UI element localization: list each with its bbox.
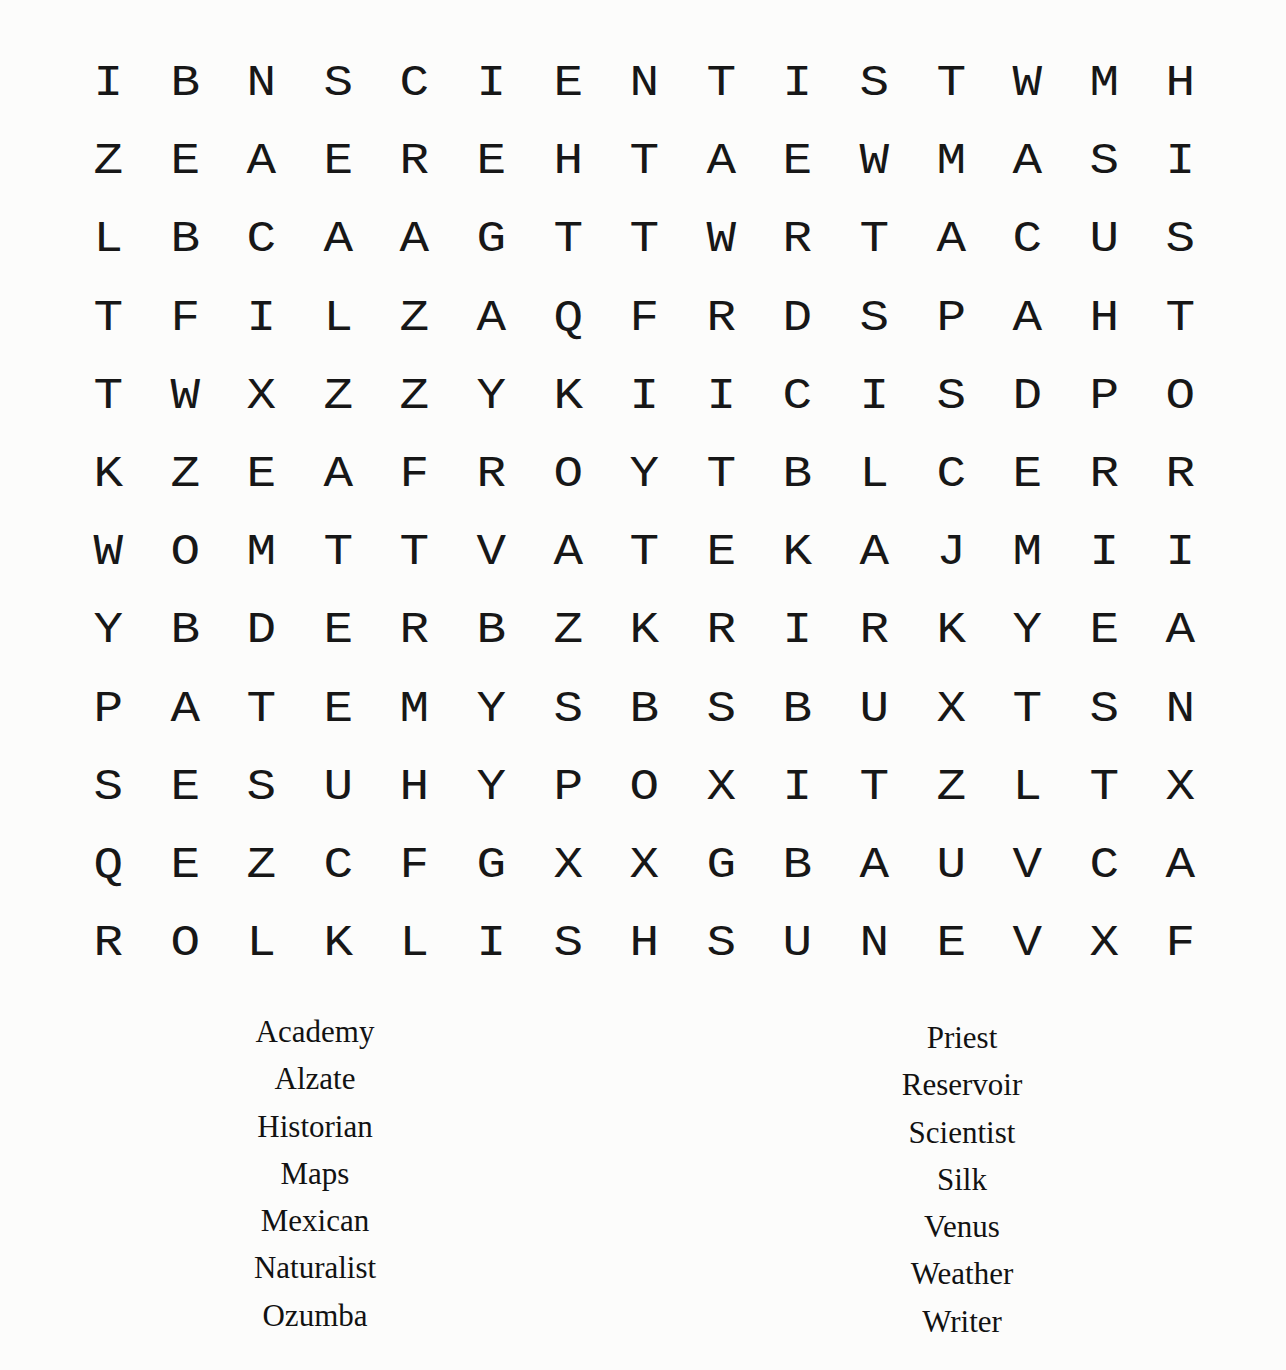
- word-silk: Silk: [812, 1156, 1112, 1203]
- grid-cell-r4c10: D: [755, 279, 841, 357]
- grid-cell-r5c14: P: [1061, 357, 1147, 435]
- grid-cell-r4c11: S: [831, 279, 917, 357]
- grid-cell-r4c3: I: [219, 279, 305, 357]
- grid-cell-r9c15: N: [1138, 670, 1224, 748]
- grid-cell-r7c14: I: [1061, 513, 1147, 591]
- grid-cell-r6c4: A: [295, 435, 381, 513]
- word-alzate: Alzate: [165, 1055, 465, 1102]
- grid-cell-r10c7: P: [525, 748, 611, 826]
- grid-cell-r10c8: O: [602, 748, 688, 826]
- grid-cell-r2c3: A: [219, 122, 305, 200]
- grid-cell-r7c15: I: [1138, 513, 1224, 591]
- grid-cell-r8c2: B: [142, 591, 228, 669]
- word-priest: Priest: [812, 1014, 1112, 1061]
- grid-cell-r11c7: X: [525, 826, 611, 904]
- grid-cell-r12c4: K: [295, 904, 381, 982]
- grid-cell-r3c15: S: [1138, 200, 1224, 278]
- grid-cell-r3c14: U: [1061, 200, 1147, 278]
- grid-cell-r11c8: X: [602, 826, 688, 904]
- grid-cell-r10c9: X: [678, 748, 764, 826]
- grid-cell-r1c7: E: [525, 44, 611, 122]
- grid-cell-r6c9: T: [678, 435, 764, 513]
- left-word-list: AcademyAlzateHistorianMapsMexicanNatural…: [165, 1008, 465, 1339]
- grid-cell-r12c2: O: [142, 904, 228, 982]
- grid-cell-r7c8: T: [602, 513, 688, 591]
- grid-cell-r12c10: U: [755, 904, 841, 982]
- grid-cell-r5c1: T: [65, 357, 151, 435]
- grid-cell-r1c10: I: [755, 44, 841, 122]
- grid-cell-r6c8: Y: [602, 435, 688, 513]
- grid-cell-r8c7: Z: [525, 591, 611, 669]
- grid-cell-r7c1: W: [65, 513, 151, 591]
- grid-cell-r7c6: V: [448, 513, 534, 591]
- grid-cell-r8c4: E: [295, 591, 381, 669]
- grid-cell-r9c8: B: [602, 670, 688, 748]
- grid-cell-r10c6: Y: [448, 748, 534, 826]
- grid-cell-r5c2: W: [142, 357, 228, 435]
- grid-cell-r12c8: H: [602, 904, 688, 982]
- right-word-list: PriestReservoirScientistSilkVenusWeather…: [812, 1014, 1112, 1345]
- grid-cell-r11c3: Z: [219, 826, 305, 904]
- grid-cell-r5c11: I: [831, 357, 917, 435]
- grid-cell-r9c6: Y: [448, 670, 534, 748]
- grid-cell-r2c5: R: [372, 122, 458, 200]
- grid-cell-r1c15: H: [1138, 44, 1224, 122]
- grid-cell-r2c4: E: [295, 122, 381, 200]
- grid-cell-r9c13: T: [985, 670, 1071, 748]
- grid-cell-r10c15: X: [1138, 748, 1224, 826]
- grid-cell-r1c3: N: [219, 44, 305, 122]
- grid-cell-r8c11: R: [831, 591, 917, 669]
- grid-cell-r4c1: T: [65, 279, 151, 357]
- word-naturalist: Naturalist: [165, 1244, 465, 1291]
- grid-cell-r8c9: R: [678, 591, 764, 669]
- grid-cell-r2c8: T: [602, 122, 688, 200]
- grid-cell-r2c10: E: [755, 122, 841, 200]
- word-writer: Writer: [812, 1298, 1112, 1345]
- grid-cell-r6c13: E: [985, 435, 1071, 513]
- grid-cell-r9c4: E: [295, 670, 381, 748]
- word-search-grid: IBNSCIENTISTWMHZEAEREHTAEWMASILBCAAGTTWR…: [70, 44, 1219, 982]
- grid-cell-r4c13: A: [985, 279, 1071, 357]
- grid-cell-r10c4: U: [295, 748, 381, 826]
- grid-cell-r1c5: C: [372, 44, 458, 122]
- grid-cell-r5c7: K: [525, 357, 611, 435]
- word-historian: Historian: [165, 1103, 465, 1150]
- grid-cell-r8c8: K: [602, 591, 688, 669]
- grid-cell-r3c1: L: [65, 200, 151, 278]
- grid-cell-r10c10: I: [755, 748, 841, 826]
- grid-cell-r4c12: P: [908, 279, 994, 357]
- grid-cell-r9c12: X: [908, 670, 994, 748]
- grid-cell-r6c2: Z: [142, 435, 228, 513]
- grid-cell-r12c15: F: [1138, 904, 1224, 982]
- word-ozumba: Ozumba: [165, 1292, 465, 1339]
- grid-cell-r5c9: I: [678, 357, 764, 435]
- grid-cell-r4c9: R: [678, 279, 764, 357]
- grid-cell-r11c10: B: [755, 826, 841, 904]
- grid-cell-r5c15: O: [1138, 357, 1224, 435]
- grid-cell-r6c3: E: [219, 435, 305, 513]
- grid-cell-r10c3: S: [219, 748, 305, 826]
- grid-cell-r3c4: A: [295, 200, 381, 278]
- grid-cell-r9c10: B: [755, 670, 841, 748]
- grid-cell-r2c13: A: [985, 122, 1071, 200]
- grid-cell-r12c13: V: [985, 904, 1071, 982]
- grid-cell-r9c11: U: [831, 670, 917, 748]
- grid-cell-r9c3: T: [219, 670, 305, 748]
- grid-cell-r11c6: G: [448, 826, 534, 904]
- grid-cell-r2c7: H: [525, 122, 611, 200]
- grid-cell-r7c13: M: [985, 513, 1071, 591]
- grid-cell-r1c9: T: [678, 44, 764, 122]
- grid-cell-r3c12: A: [908, 200, 994, 278]
- word-academy: Academy: [165, 1008, 465, 1055]
- grid-cell-r6c15: R: [1138, 435, 1224, 513]
- grid-cell-r11c4: C: [295, 826, 381, 904]
- grid-cell-r12c12: E: [908, 904, 994, 982]
- grid-cell-r3c7: T: [525, 200, 611, 278]
- grid-cell-r4c5: Z: [372, 279, 458, 357]
- grid-cell-r8c15: A: [1138, 591, 1224, 669]
- grid-cell-r6c10: B: [755, 435, 841, 513]
- grid-cell-r2c11: W: [831, 122, 917, 200]
- word-maps: Maps: [165, 1150, 465, 1197]
- grid-cell-r8c3: D: [219, 591, 305, 669]
- grid-cell-r9c9: S: [678, 670, 764, 748]
- grid-cell-r12c1: R: [65, 904, 151, 982]
- grid-cell-r9c2: A: [142, 670, 228, 748]
- grid-cell-r1c6: I: [448, 44, 534, 122]
- grid-cell-r10c11: T: [831, 748, 917, 826]
- grid-cell-r10c13: L: [985, 748, 1071, 826]
- grid-cell-r7c5: T: [372, 513, 458, 591]
- grid-cell-r4c2: F: [142, 279, 228, 357]
- grid-cell-r10c1: S: [65, 748, 151, 826]
- grid-cell-r12c14: X: [1061, 904, 1147, 982]
- grid-cell-r5c3: X: [219, 357, 305, 435]
- grid-cell-r10c12: Z: [908, 748, 994, 826]
- grid-cell-r12c9: S: [678, 904, 764, 982]
- word-mexican: Mexican: [165, 1197, 465, 1244]
- grid-cell-r8c13: Y: [985, 591, 1071, 669]
- grid-cell-r7c9: E: [678, 513, 764, 591]
- grid-cell-r12c11: N: [831, 904, 917, 982]
- grid-cell-r7c11: A: [831, 513, 917, 591]
- grid-cell-r8c10: I: [755, 591, 841, 669]
- grid-cell-r1c2: B: [142, 44, 228, 122]
- grid-cell-r6c12: C: [908, 435, 994, 513]
- word-weather: Weather: [812, 1250, 1112, 1297]
- grid-cell-r12c7: S: [525, 904, 611, 982]
- grid-cell-r3c13: C: [985, 200, 1071, 278]
- grid-cell-r12c3: L: [219, 904, 305, 982]
- grid-cell-r1c13: W: [985, 44, 1071, 122]
- grid-cell-r5c4: Z: [295, 357, 381, 435]
- grid-cell-r11c9: G: [678, 826, 764, 904]
- grid-cell-r2c1: Z: [65, 122, 151, 200]
- grid-cell-r5c6: Y: [448, 357, 534, 435]
- grid-cell-r7c3: M: [219, 513, 305, 591]
- grid-cell-r4c7: Q: [525, 279, 611, 357]
- grid-cell-r9c5: M: [372, 670, 458, 748]
- grid-cell-r11c13: V: [985, 826, 1071, 904]
- grid-cell-r5c13: D: [985, 357, 1071, 435]
- grid-cell-r12c6: I: [448, 904, 534, 982]
- grid-cell-r10c2: E: [142, 748, 228, 826]
- grid-cell-r11c15: A: [1138, 826, 1224, 904]
- grid-cell-r4c8: F: [602, 279, 688, 357]
- grid-cell-r2c15: I: [1138, 122, 1224, 200]
- grid-cell-r10c5: H: [372, 748, 458, 826]
- grid-cell-r7c7: A: [525, 513, 611, 591]
- grid-cell-r6c11: L: [831, 435, 917, 513]
- grid-cell-r9c14: S: [1061, 670, 1147, 748]
- grid-cell-r11c12: U: [908, 826, 994, 904]
- grid-cell-r8c6: B: [448, 591, 534, 669]
- grid-cell-r6c6: R: [448, 435, 534, 513]
- grid-cell-r12c5: L: [372, 904, 458, 982]
- grid-cell-r4c4: L: [295, 279, 381, 357]
- grid-cell-r3c3: C: [219, 200, 305, 278]
- grid-cell-r10c14: T: [1061, 748, 1147, 826]
- grid-cell-r1c1: I: [65, 44, 151, 122]
- grid-cell-r2c2: E: [142, 122, 228, 200]
- grid-cell-r6c14: R: [1061, 435, 1147, 513]
- grid-cell-r5c8: I: [602, 357, 688, 435]
- grid-cell-r6c5: F: [372, 435, 458, 513]
- grid-cell-r2c12: M: [908, 122, 994, 200]
- word-reservoir: Reservoir: [812, 1061, 1112, 1108]
- grid-cell-r5c5: Z: [372, 357, 458, 435]
- grid-cell-r4c15: T: [1138, 279, 1224, 357]
- grid-cell-r8c12: K: [908, 591, 994, 669]
- grid-cell-r6c7: O: [525, 435, 611, 513]
- grid-cell-r3c11: T: [831, 200, 917, 278]
- grid-cell-r1c12: T: [908, 44, 994, 122]
- grid-cell-r1c11: S: [831, 44, 917, 122]
- grid-cell-r3c10: R: [755, 200, 841, 278]
- grid-cell-r9c7: S: [525, 670, 611, 748]
- grid-cell-r7c12: J: [908, 513, 994, 591]
- grid-cell-r1c4: S: [295, 44, 381, 122]
- grid-cell-r7c10: K: [755, 513, 841, 591]
- grid-cell-r2c9: A: [678, 122, 764, 200]
- grid-cell-r3c2: B: [142, 200, 228, 278]
- grid-cell-r8c1: Y: [65, 591, 151, 669]
- grid-cell-r3c6: G: [448, 200, 534, 278]
- grid-cell-r11c2: E: [142, 826, 228, 904]
- grid-cell-r11c5: F: [372, 826, 458, 904]
- grid-cell-r7c4: T: [295, 513, 381, 591]
- grid-cell-r2c6: E: [448, 122, 534, 200]
- word-scientist: Scientist: [812, 1109, 1112, 1156]
- grid-cell-r3c8: T: [602, 200, 688, 278]
- grid-cell-r8c5: R: [372, 591, 458, 669]
- grid-cell-r5c12: S: [908, 357, 994, 435]
- grid-cell-r11c11: A: [831, 826, 917, 904]
- word-venus: Venus: [812, 1203, 1112, 1250]
- grid-cell-r2c14: S: [1061, 122, 1147, 200]
- grid-cell-r9c1: P: [65, 670, 151, 748]
- grid-cell-r3c9: W: [678, 200, 764, 278]
- grid-cell-r1c14: M: [1061, 44, 1147, 122]
- grid-cell-r8c14: E: [1061, 591, 1147, 669]
- grid-cell-r7c2: O: [142, 513, 228, 591]
- grid-cell-r3c5: A: [372, 200, 458, 278]
- grid-cell-r1c8: N: [602, 44, 688, 122]
- grid-cell-r6c1: K: [65, 435, 151, 513]
- grid-cell-r4c14: H: [1061, 279, 1147, 357]
- grid-cell-r11c14: C: [1061, 826, 1147, 904]
- grid-cell-r4c6: A: [448, 279, 534, 357]
- grid-cell-r11c1: Q: [65, 826, 151, 904]
- grid-cell-r5c10: C: [755, 357, 841, 435]
